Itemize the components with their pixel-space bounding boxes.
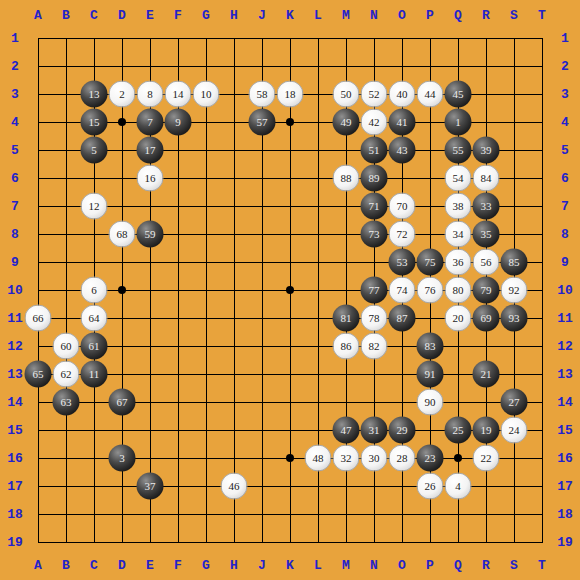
stone-black-15: 15: [81, 109, 108, 136]
row-label-left-12: 12: [7, 339, 23, 354]
stone-black-41: 41: [389, 109, 416, 136]
column-label-bottom-H: H: [230, 558, 238, 573]
stone-black-25: 25: [445, 417, 472, 444]
column-label-top-F: F: [174, 8, 182, 23]
stone-black-31: 31: [361, 417, 388, 444]
row-label-left-1: 1: [11, 31, 19, 46]
row-label-right-1: 1: [561, 31, 569, 46]
row-label-right-17: 17: [557, 479, 573, 494]
row-label-right-3: 3: [561, 87, 569, 102]
stone-white-22: 22: [473, 445, 500, 472]
stone-black-23: 23: [417, 445, 444, 472]
stone-black-77: 77: [361, 277, 388, 304]
column-label-bottom-C: C: [90, 558, 98, 573]
column-label-bottom-M: M: [342, 558, 350, 573]
stone-white-92: 92: [501, 277, 528, 304]
column-label-top-R: R: [482, 8, 490, 23]
stone-white-58: 58: [249, 81, 276, 108]
stone-white-16: 16: [137, 165, 164, 192]
stone-white-74: 74: [389, 277, 416, 304]
column-label-top-Q: Q: [454, 8, 462, 23]
stone-black-35: 35: [473, 221, 500, 248]
column-label-top-B: B: [62, 8, 70, 23]
row-label-right-12: 12: [557, 339, 573, 354]
stone-black-71: 71: [361, 193, 388, 220]
row-label-right-5: 5: [561, 143, 569, 158]
stone-white-46: 46: [221, 473, 248, 500]
column-label-top-K: K: [286, 8, 294, 23]
stone-black-65: 65: [25, 361, 52, 388]
row-label-left-10: 10: [7, 283, 23, 298]
row-label-left-11: 11: [7, 311, 23, 326]
stone-black-67: 67: [109, 389, 136, 416]
stone-white-48: 48: [305, 445, 332, 472]
stone-white-52: 52: [361, 81, 388, 108]
row-label-right-15: 15: [557, 423, 573, 438]
stone-white-12: 12: [81, 193, 108, 220]
column-label-bottom-A: A: [34, 558, 42, 573]
stone-white-60: 60: [53, 333, 80, 360]
column-label-top-L: L: [314, 8, 322, 23]
column-label-bottom-B: B: [62, 558, 70, 573]
stone-white-64: 64: [81, 305, 108, 332]
stone-black-73: 73: [361, 221, 388, 248]
column-label-top-S: S: [510, 8, 518, 23]
star-point-K4: [286, 118, 294, 126]
column-label-bottom-K: K: [286, 558, 294, 573]
go-board[interactable]: AABBCCDDEEFFGGHHJJKKLLMMNNOOPPQQRRSSTT11…: [0, 0, 580, 580]
column-label-top-P: P: [426, 8, 434, 23]
stone-white-6: 6: [81, 277, 108, 304]
stone-white-38: 38: [445, 193, 472, 220]
stone-black-1: 1: [445, 109, 472, 136]
stone-white-86: 86: [333, 333, 360, 360]
row-label-left-13: 13: [7, 367, 23, 382]
stone-white-88: 88: [333, 165, 360, 192]
stone-black-5: 5: [81, 137, 108, 164]
stone-black-83: 83: [417, 333, 444, 360]
row-label-right-9: 9: [561, 255, 569, 270]
stone-white-50: 50: [333, 81, 360, 108]
stone-white-54: 54: [445, 165, 472, 192]
stone-white-72: 72: [389, 221, 416, 248]
column-label-top-M: M: [342, 8, 350, 23]
column-label-bottom-N: N: [370, 558, 378, 573]
stone-white-84: 84: [473, 165, 500, 192]
stone-black-53: 53: [389, 249, 416, 276]
stone-white-4: 4: [445, 473, 472, 500]
stone-black-85: 85: [501, 249, 528, 276]
stone-white-76: 76: [417, 277, 444, 304]
column-label-bottom-P: P: [426, 558, 434, 573]
row-label-left-15: 15: [7, 423, 23, 438]
row-label-left-3: 3: [11, 87, 19, 102]
stone-white-68: 68: [109, 221, 136, 248]
star-point-D4: [118, 118, 126, 126]
column-label-bottom-E: E: [146, 558, 154, 573]
column-label-top-J: J: [258, 8, 266, 23]
stone-black-51: 51: [361, 137, 388, 164]
column-label-top-O: O: [398, 8, 406, 23]
stone-white-36: 36: [445, 249, 472, 276]
column-label-bottom-D: D: [118, 558, 126, 573]
row-label-left-16: 16: [7, 451, 23, 466]
stone-black-45: 45: [445, 81, 472, 108]
stone-black-21: 21: [473, 361, 500, 388]
stone-white-32: 32: [333, 445, 360, 472]
stone-white-10: 10: [193, 81, 220, 108]
row-label-left-5: 5: [11, 143, 19, 158]
stone-black-55: 55: [445, 137, 472, 164]
stone-black-49: 49: [333, 109, 360, 136]
stone-white-42: 42: [361, 109, 388, 136]
stone-black-3: 3: [109, 445, 136, 472]
stone-white-24: 24: [501, 417, 528, 444]
stone-white-70: 70: [389, 193, 416, 220]
column-label-bottom-J: J: [258, 558, 266, 573]
column-label-bottom-Q: Q: [454, 558, 462, 573]
stone-black-13: 13: [81, 81, 108, 108]
column-label-top-E: E: [146, 8, 154, 23]
column-label-top-C: C: [90, 8, 98, 23]
row-label-right-8: 8: [561, 227, 569, 242]
stone-white-2: 2: [109, 81, 136, 108]
stone-black-61: 61: [81, 333, 108, 360]
row-label-right-2: 2: [561, 59, 569, 74]
stone-black-7: 7: [137, 109, 164, 136]
stone-white-62: 62: [53, 361, 80, 388]
stone-black-29: 29: [389, 417, 416, 444]
stone-white-82: 82: [361, 333, 388, 360]
row-label-right-19: 19: [557, 535, 573, 550]
column-label-top-T: T: [538, 8, 546, 23]
column-label-top-H: H: [230, 8, 238, 23]
stone-black-63: 63: [53, 389, 80, 416]
stone-white-20: 20: [445, 305, 472, 332]
column-label-top-D: D: [118, 8, 126, 23]
stone-white-56: 56: [473, 249, 500, 276]
stone-white-34: 34: [445, 221, 472, 248]
column-label-top-A: A: [34, 8, 42, 23]
stone-black-11: 11: [81, 361, 108, 388]
row-label-left-8: 8: [11, 227, 19, 242]
row-label-right-13: 13: [557, 367, 573, 382]
stone-black-75: 75: [417, 249, 444, 276]
column-label-bottom-T: T: [538, 558, 546, 573]
row-label-left-6: 6: [11, 171, 19, 186]
row-label-right-7: 7: [561, 199, 569, 214]
stone-black-43: 43: [389, 137, 416, 164]
stone-black-79: 79: [473, 277, 500, 304]
stone-black-59: 59: [137, 221, 164, 248]
column-label-bottom-S: S: [510, 558, 518, 573]
stone-black-9: 9: [165, 109, 192, 136]
star-point-K16: [286, 454, 294, 462]
stone-black-33: 33: [473, 193, 500, 220]
column-label-bottom-F: F: [174, 558, 182, 573]
row-label-right-18: 18: [557, 507, 573, 522]
stone-white-78: 78: [361, 305, 388, 332]
stone-black-89: 89: [361, 165, 388, 192]
stone-black-87: 87: [389, 305, 416, 332]
stone-white-90: 90: [417, 389, 444, 416]
column-label-bottom-R: R: [482, 558, 490, 573]
row-label-right-6: 6: [561, 171, 569, 186]
stone-white-44: 44: [417, 81, 444, 108]
row-label-left-9: 9: [11, 255, 19, 270]
star-point-K10: [286, 286, 294, 294]
stone-white-8: 8: [137, 81, 164, 108]
column-label-bottom-G: G: [202, 558, 210, 573]
row-label-left-17: 17: [7, 479, 23, 494]
stone-white-30: 30: [361, 445, 388, 472]
stone-black-19: 19: [473, 417, 500, 444]
row-label-left-2: 2: [11, 59, 19, 74]
row-label-right-10: 10: [557, 283, 573, 298]
row-label-left-7: 7: [11, 199, 19, 214]
stone-black-17: 17: [137, 137, 164, 164]
row-label-right-16: 16: [557, 451, 573, 466]
row-label-left-18: 18: [7, 507, 23, 522]
row-label-right-14: 14: [557, 395, 573, 410]
stone-white-26: 26: [417, 473, 444, 500]
column-label-bottom-O: O: [398, 558, 406, 573]
column-label-top-N: N: [370, 8, 378, 23]
row-label-left-19: 19: [7, 535, 23, 550]
stone-white-66: 66: [25, 305, 52, 332]
stone-black-91: 91: [417, 361, 444, 388]
stone-black-57: 57: [249, 109, 276, 136]
stone-white-14: 14: [165, 81, 192, 108]
column-label-bottom-L: L: [314, 558, 322, 573]
stone-white-18: 18: [277, 81, 304, 108]
row-label-left-4: 4: [11, 115, 19, 130]
row-label-right-4: 4: [561, 115, 569, 130]
row-label-right-11: 11: [557, 311, 573, 326]
stone-white-40: 40: [389, 81, 416, 108]
row-label-left-14: 14: [7, 395, 23, 410]
stone-black-47: 47: [333, 417, 360, 444]
stone-white-28: 28: [389, 445, 416, 472]
stone-black-69: 69: [473, 305, 500, 332]
stone-black-37: 37: [137, 473, 164, 500]
stone-black-81: 81: [333, 305, 360, 332]
column-label-top-G: G: [202, 8, 210, 23]
star-point-D10: [118, 286, 126, 294]
star-point-Q16: [454, 454, 462, 462]
stone-black-39: 39: [473, 137, 500, 164]
stone-black-93: 93: [501, 305, 528, 332]
stone-white-80: 80: [445, 277, 472, 304]
stone-black-27: 27: [501, 389, 528, 416]
